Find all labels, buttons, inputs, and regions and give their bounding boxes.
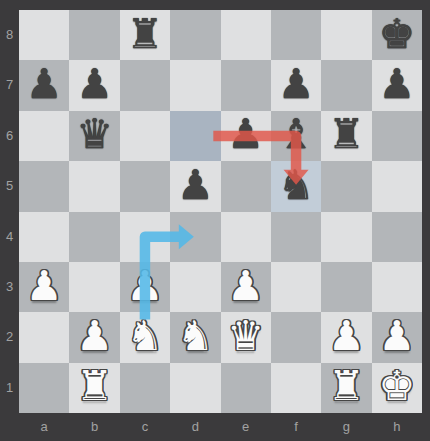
file-label-h: h [372, 413, 422, 441]
white-knight-piece: ♞ [177, 316, 214, 357]
square-h3[interactable] [372, 262, 422, 312]
square-c1[interactable] [120, 363, 170, 413]
square-f2[interactable] [271, 312, 321, 362]
square-c2[interactable]: ♞ [120, 312, 170, 362]
square-h5[interactable] [372, 161, 422, 211]
square-e1[interactable] [221, 363, 271, 413]
square-h4[interactable] [372, 212, 422, 262]
black-pawn-piece: ♟ [227, 114, 264, 155]
square-b5[interactable] [69, 161, 119, 211]
rank-label-8: 8 [0, 10, 19, 60]
square-g2[interactable]: ♟ [321, 312, 371, 362]
square-a3[interactable]: ♟ [19, 262, 69, 312]
square-h1[interactable]: ♚ [372, 363, 422, 413]
file-label-d: d [170, 413, 220, 441]
chess-analysis-board: ♜♚♟♟♟♟♛♟♝♜♟♞♟♟♟♟♞♞♛♟♟♜♜♚ 87654321 abcdef… [0, 0, 430, 441]
square-e4[interactable] [221, 212, 271, 262]
square-g7[interactable] [321, 60, 371, 110]
square-f5[interactable]: ♞ [271, 161, 321, 211]
square-g5[interactable] [321, 161, 371, 211]
file-label-a: a [19, 413, 69, 441]
rank-label-4: 4 [0, 212, 19, 262]
square-d6[interactable] [170, 111, 220, 161]
black-pawn-piece: ♟ [278, 64, 315, 105]
square-d3[interactable] [170, 262, 220, 312]
square-a5[interactable] [19, 161, 69, 211]
square-a7[interactable]: ♟ [19, 60, 69, 110]
white-pawn-piece: ♟ [378, 316, 415, 357]
square-b8[interactable] [69, 10, 119, 60]
black-king-piece: ♚ [378, 14, 415, 55]
black-bishop-piece: ♝ [278, 114, 315, 155]
square-d5[interactable]: ♟ [170, 161, 220, 211]
white-king-piece: ♚ [378, 366, 415, 407]
square-g4[interactable] [321, 212, 371, 262]
square-c5[interactable] [120, 161, 170, 211]
chess-board[interactable]: ♜♚♟♟♟♟♛♟♝♜♟♞♟♟♟♟♞♞♛♟♟♜♜♚ [19, 10, 422, 413]
white-rook-piece: ♜ [328, 366, 365, 407]
black-rook-piece: ♜ [127, 14, 164, 55]
white-pawn-piece: ♟ [227, 266, 264, 307]
rank-label-1: 1 [0, 363, 19, 413]
square-a1[interactable] [19, 363, 69, 413]
rank-label-2: 2 [0, 312, 19, 362]
square-h6[interactable] [372, 111, 422, 161]
square-e7[interactable] [221, 60, 271, 110]
file-label-c: c [120, 413, 170, 441]
white-pawn-piece: ♟ [76, 316, 113, 357]
black-pawn-piece: ♟ [26, 64, 63, 105]
square-f3[interactable] [271, 262, 321, 312]
square-d4[interactable] [170, 212, 220, 262]
square-e5[interactable] [221, 161, 271, 211]
file-label-f: f [271, 413, 321, 441]
square-e8[interactable] [221, 10, 271, 60]
square-d1[interactable] [170, 363, 220, 413]
square-h7[interactable]: ♟ [372, 60, 422, 110]
rank-label-6: 6 [0, 111, 19, 161]
square-g1[interactable]: ♜ [321, 363, 371, 413]
square-b3[interactable] [69, 262, 119, 312]
square-c7[interactable] [120, 60, 170, 110]
black-knight-piece: ♞ [278, 165, 315, 206]
file-label-e: e [221, 413, 271, 441]
white-rook-piece: ♜ [76, 366, 113, 407]
rank-label-3: 3 [0, 262, 19, 312]
black-pawn-piece: ♟ [177, 165, 214, 206]
square-b7[interactable]: ♟ [69, 60, 119, 110]
square-g8[interactable] [321, 10, 371, 60]
square-a8[interactable] [19, 10, 69, 60]
black-pawn-piece: ♟ [76, 64, 113, 105]
white-knight-piece: ♞ [127, 316, 164, 357]
square-c4[interactable] [120, 212, 170, 262]
black-queen-piece: ♛ [76, 114, 113, 155]
square-c6[interactable] [120, 111, 170, 161]
square-b1[interactable]: ♜ [69, 363, 119, 413]
square-e2[interactable]: ♛ [221, 312, 271, 362]
file-label-g: g [321, 413, 371, 441]
rank-label-5: 5 [0, 161, 19, 211]
square-c3[interactable]: ♟ [120, 262, 170, 312]
square-g3[interactable] [321, 262, 371, 312]
white-queen-piece: ♛ [227, 316, 264, 357]
square-b4[interactable] [69, 212, 119, 262]
square-h8[interactable]: ♚ [372, 10, 422, 60]
square-c8[interactable]: ♜ [120, 10, 170, 60]
square-d2[interactable]: ♞ [170, 312, 220, 362]
square-f7[interactable]: ♟ [271, 60, 321, 110]
black-rook-piece: ♜ [328, 114, 365, 155]
square-b2[interactable]: ♟ [69, 312, 119, 362]
square-d7[interactable] [170, 60, 220, 110]
square-f8[interactable] [271, 10, 321, 60]
square-a4[interactable] [19, 212, 69, 262]
square-g6[interactable]: ♜ [321, 111, 371, 161]
file-label-b: b [69, 413, 119, 441]
square-a2[interactable] [19, 312, 69, 362]
square-f1[interactable] [271, 363, 321, 413]
square-e6[interactable]: ♟ [221, 111, 271, 161]
rank-label-7: 7 [0, 60, 19, 110]
square-e3[interactable]: ♟ [221, 262, 271, 312]
white-pawn-piece: ♟ [26, 266, 63, 307]
white-pawn-piece: ♟ [127, 266, 164, 307]
square-h2[interactable]: ♟ [372, 312, 422, 362]
square-f6[interactable]: ♝ [271, 111, 321, 161]
black-pawn-piece: ♟ [378, 64, 415, 105]
square-b6[interactable]: ♛ [69, 111, 119, 161]
square-a6[interactable] [19, 111, 69, 161]
square-f4[interactable] [271, 212, 321, 262]
white-pawn-piece: ♟ [328, 316, 365, 357]
square-d8[interactable] [170, 10, 220, 60]
